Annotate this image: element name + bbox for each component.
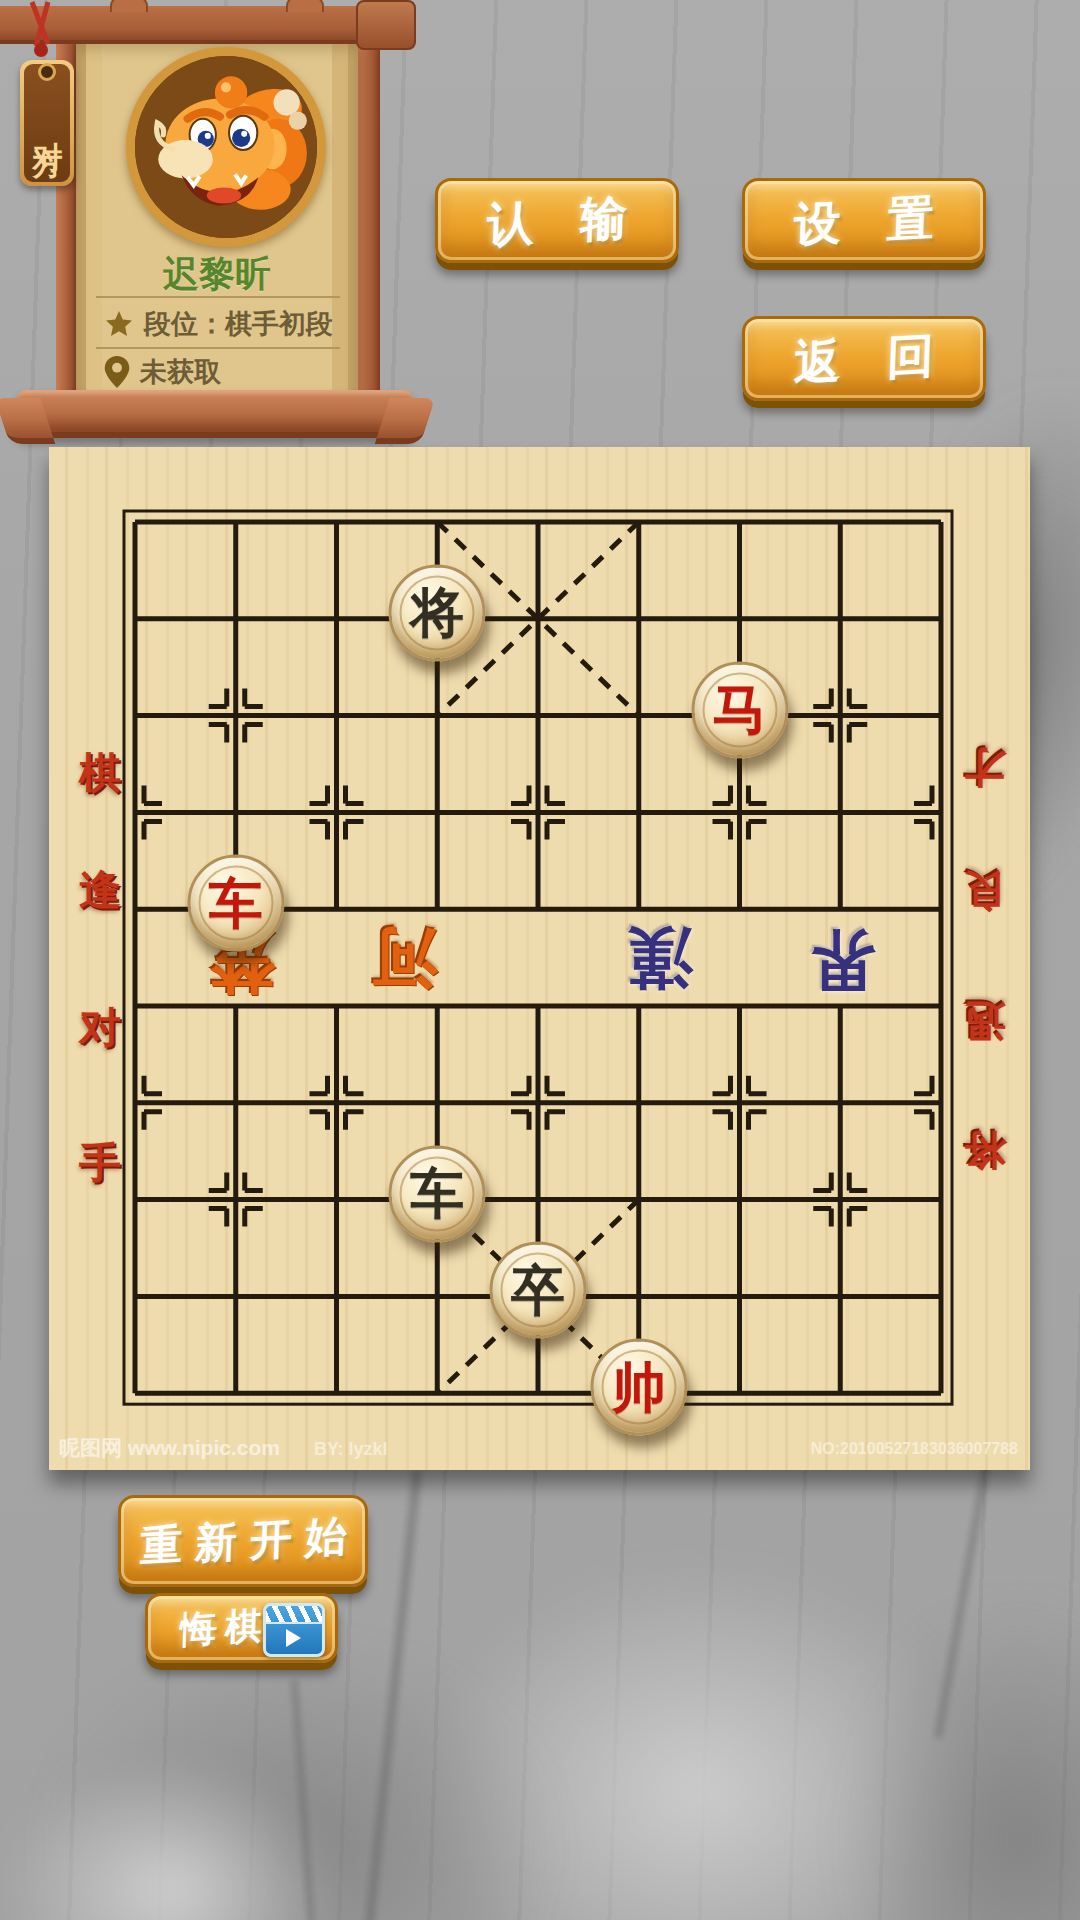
ink-wash-bottom-left — [40, 1640, 560, 1920]
resign-button[interactable]: 认输 — [435, 178, 679, 263]
settings-label: 设置 — [793, 184, 981, 257]
motto-right-char: 良 — [964, 862, 1006, 918]
piece-black-车[interactable]: 车 — [389, 1145, 486, 1242]
bamboo-stalk — [291, 1680, 316, 1920]
xiangqi-board[interactable]: 楚河漢界棋逢对手才良遇将将马车车卒帅 昵图网 www.nipic.com BY:… — [49, 447, 1030, 1470]
piece-black-卒[interactable]: 卒 — [490, 1242, 587, 1339]
dragon-avatar-icon — [135, 56, 317, 238]
motto-left-char: 手 — [79, 1135, 121, 1191]
wood-beam-bottom — [16, 390, 414, 438]
resign-label: 认输 — [486, 184, 674, 257]
motto-right-char: 才 — [964, 739, 1006, 795]
location-pin-icon — [104, 356, 130, 388]
watermark-author: BY: lyzkl — [314, 1439, 388, 1460]
ink-wash-corner — [0, 1760, 340, 1920]
beam-ornament — [286, 0, 324, 12]
motto-left-char: 逢 — [79, 862, 121, 918]
location-label: 未获取 — [140, 354, 221, 390]
ink-wash-bottom-light — [420, 1560, 980, 1920]
wood-beam-cap — [356, 0, 416, 50]
video-icon — [263, 1603, 325, 1657]
ink-wash-bottom-right — [840, 1600, 1080, 1920]
divider — [96, 347, 340, 349]
undo-label: 悔棋 — [179, 1601, 271, 1656]
piece-black-将[interactable]: 将 — [389, 564, 486, 661]
divider — [96, 296, 340, 298]
beam-ornament — [110, 0, 148, 12]
tag-grommet — [38, 63, 56, 81]
opponent-tag: 对方 — [20, 60, 74, 186]
restart-label: 重新开始 — [139, 1507, 361, 1575]
tag-rope — [26, 0, 66, 64]
board-overlay: 楚河漢界棋逢对手才良遇将将马车车卒帅 — [49, 447, 1030, 1470]
watermark-site: 昵图网 www.nipic.com BY: lyzkl — [59, 1434, 388, 1462]
star-icon — [104, 309, 134, 339]
motto-left-char: 对 — [79, 1000, 121, 1056]
river-inscription-char: 河 — [372, 913, 438, 1003]
avatar — [126, 47, 326, 247]
clapperboard-stripes — [266, 1606, 322, 1624]
opponent-card: 迟黎昕 段位：棋手初段 未获取 对方 — [0, 0, 430, 450]
piece-red-帅[interactable]: 帅 — [590, 1339, 687, 1436]
back-label: 返回 — [793, 322, 981, 395]
watermark-site-text: 昵图网 www.nipic.com — [59, 1434, 280, 1462]
player-name: 迟黎昕 — [76, 250, 358, 299]
motto-right-char: 遇 — [964, 992, 1006, 1048]
settings-button[interactable]: 设置 — [742, 178, 986, 263]
watermark-number: NO:20100527183036007788 — [811, 1440, 1018, 1458]
piece-red-车[interactable]: 车 — [187, 855, 284, 952]
undo-button[interactable]: 悔棋 — [145, 1593, 338, 1663]
river-inscription-char: 界 — [810, 915, 876, 1005]
scroll-post-right — [358, 32, 380, 418]
play-triangle-icon — [286, 1629, 301, 1647]
restart-button[interactable]: 重新开始 — [118, 1495, 368, 1587]
back-button[interactable]: 返回 — [742, 316, 986, 401]
motto-right-char: 将 — [964, 1122, 1006, 1178]
rank-row: 段位：棋手初段 — [104, 306, 354, 342]
rank-label: 段位：棋手初段 — [144, 306, 333, 342]
river-inscription-char: 漢 — [627, 912, 693, 1002]
location-row: 未获取 — [104, 354, 354, 390]
bamboo-stalk — [364, 1471, 422, 1920]
opponent-tag-label: 对方 — [24, 64, 70, 182]
piece-red-马[interactable]: 马 — [691, 661, 788, 758]
bamboo-stalk — [934, 1442, 994, 1739]
motto-left-char: 棋 — [79, 745, 121, 801]
